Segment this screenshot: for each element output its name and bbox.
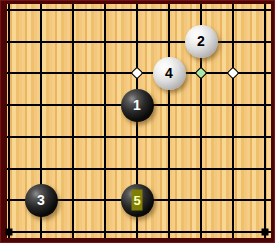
grid-line-horizontal-5 xyxy=(7,136,271,138)
board-edge-mark xyxy=(6,229,13,236)
last-move-highlight: 5 xyxy=(132,190,143,211)
marker-diamond-green[interactable] xyxy=(195,67,208,80)
grid-line-vertical-4 xyxy=(104,4,106,238)
grid-line-vertical-6 xyxy=(168,4,170,238)
go-board[interactable]: 12345 xyxy=(7,4,271,238)
grid-line-vertical-3 xyxy=(72,4,74,238)
grid-line-vertical-8 xyxy=(232,4,234,238)
grid-line-horizontal-2 xyxy=(7,41,271,43)
grid-line-vertical-1 xyxy=(8,4,10,238)
stone-black-3[interactable]: 3 xyxy=(25,184,58,217)
go-diagram: 12345 xyxy=(0,0,275,243)
stone-black-1[interactable]: 1 xyxy=(121,89,154,122)
stone-white-2[interactable]: 2 xyxy=(185,25,218,58)
marker-diamond-white[interactable] xyxy=(131,67,144,80)
grid-line-horizontal-6 xyxy=(7,168,271,170)
stone-black-5[interactable]: 5 xyxy=(121,184,154,217)
marker-diamond-white[interactable] xyxy=(227,67,240,80)
grid-line-horizontal-8 xyxy=(7,231,271,233)
stone-white-4[interactable]: 4 xyxy=(153,57,186,90)
grid-line-horizontal-1 xyxy=(7,9,271,11)
board-edge-mark xyxy=(262,229,269,236)
grid-line-vertical-9 xyxy=(264,4,266,238)
